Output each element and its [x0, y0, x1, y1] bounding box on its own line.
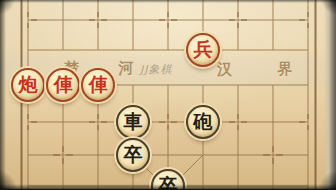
piece-black-soldier[interactable]: 卒 — [116, 138, 150, 172]
river-label-han-jie: 汉 界 — [217, 60, 312, 79]
piece-label: 兵 — [194, 40, 213, 59]
piece-label: 卒 — [124, 145, 143, 164]
piece-label: 俥 — [89, 75, 108, 94]
piece-label: 砲 — [194, 112, 213, 131]
piece-red-chariot[interactable]: 俥 — [81, 68, 115, 102]
piece-black-chariot[interactable]: 車 — [116, 105, 150, 139]
app-watermark: JJ象棋 — [140, 62, 173, 77]
piece-label: 車 — [124, 112, 143, 131]
piece-red-cannon[interactable]: 炮 — [11, 68, 45, 102]
piece-label: 炮 — [19, 75, 38, 94]
piece-black-cannon[interactable]: 砲 — [186, 105, 220, 139]
xiangqi-board-screen: 楚 河 汉 界 JJ象棋 兵炮俥俥車砲卒卒 — [0, 0, 336, 189]
piece-label: 卒 — [159, 176, 178, 190]
piece-label: 俥 — [54, 75, 73, 94]
piece-red-soldier[interactable]: 兵 — [186, 33, 220, 67]
piece-red-chariot[interactable]: 俥 — [46, 68, 80, 102]
